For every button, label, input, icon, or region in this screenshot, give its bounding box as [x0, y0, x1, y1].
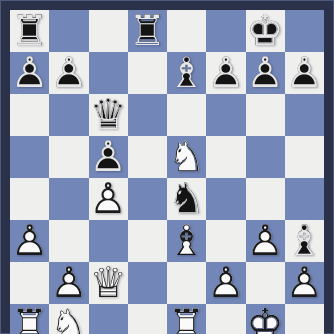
piece-black-pawn: ♟♙ [50, 52, 88, 94]
black-bishop-outline-icon: ♗ [168, 52, 206, 94]
black-pawn-outline-icon: ♙ [246, 52, 284, 94]
square-g6[interactable] [246, 94, 285, 136]
square-d1[interactable] [128, 304, 167, 334]
square-f4[interactable] [206, 178, 245, 220]
piece-black-pawn: ♟♙ [246, 52, 284, 94]
black-bishop-outline-icon: ♗ [286, 220, 324, 262]
black-bishop-icon: ♝ [168, 52, 206, 94]
piece-white-pawn: ♟♙ [207, 262, 245, 304]
piece-black-pawn: ♟♙ [207, 52, 245, 94]
piece-white-pawn: ♟♙ [11, 220, 49, 262]
black-bishop-icon: ♝ [286, 220, 324, 262]
piece-black-bishop: ♝♗ [286, 220, 324, 262]
black-pawn-outline-icon: ♙ [89, 136, 127, 178]
square-c3[interactable] [89, 220, 128, 262]
white-pawn-icon: ♟ [11, 220, 49, 262]
black-pawn-icon: ♟ [89, 136, 127, 178]
square-a8[interactable]: ♜♖ [10, 10, 49, 52]
white-bishop-outline-icon: ♗ [168, 220, 206, 262]
square-h6[interactable] [285, 94, 324, 136]
white-pawn-icon: ♟ [50, 262, 88, 304]
white-pawn-icon: ♟ [286, 262, 324, 304]
white-bishop-icon: ♝ [168, 220, 206, 262]
square-e6[interactable] [167, 94, 206, 136]
black-pawn-icon: ♟ [286, 52, 324, 94]
white-rook-icon: ♜ [168, 304, 206, 334]
square-a3[interactable]: ♟♙ [10, 220, 49, 262]
piece-white-pawn: ♟♙ [286, 262, 324, 304]
black-pawn-icon: ♟ [11, 52, 49, 94]
chess-board: ♜♖♜♖♚♔♟♙♟♙♝♗♟♙♟♙♟♙♛♕♟♙♞♘♟♙♞♘♟♙♝♗♟♙♝♗♟♙♛♕… [10, 10, 324, 324]
white-queen-outline-icon: ♕ [89, 262, 127, 304]
white-pawn-outline-icon: ♙ [207, 262, 245, 304]
black-knight-outline-icon: ♘ [168, 178, 206, 220]
piece-white-pawn: ♟♙ [246, 220, 284, 262]
white-pawn-icon: ♟ [89, 178, 127, 220]
piece-black-rook: ♜♖ [11, 10, 49, 52]
square-b5[interactable] [49, 136, 88, 178]
square-c7[interactable] [89, 52, 128, 94]
white-knight-icon: ♞ [168, 136, 206, 178]
square-b4[interactable] [49, 178, 88, 220]
square-h7[interactable]: ♟♙ [285, 52, 324, 94]
square-f5[interactable] [206, 136, 245, 178]
piece-white-knight: ♞♘ [50, 304, 88, 334]
square-f6[interactable] [206, 94, 245, 136]
piece-black-pawn: ♟♙ [11, 52, 49, 94]
square-g1[interactable]: ♚♔ [246, 304, 285, 334]
piece-white-knight: ♞♘ [168, 136, 206, 178]
square-h5[interactable] [285, 136, 324, 178]
square-d7[interactable] [128, 52, 167, 94]
square-c4[interactable]: ♟♙ [89, 178, 128, 220]
board-frame: ♜♖♜♖♚♔♟♙♟♙♝♗♟♙♟♙♟♙♛♕♟♙♞♘♟♙♞♘♟♙♝♗♟♙♝♗♟♙♛♕… [0, 0, 334, 334]
square-a5[interactable] [10, 136, 49, 178]
square-d2[interactable] [128, 262, 167, 304]
square-a6[interactable] [10, 94, 49, 136]
square-f1[interactable] [206, 304, 245, 334]
square-f2[interactable]: ♟♙ [206, 262, 245, 304]
white-pawn-icon: ♟ [246, 220, 284, 262]
square-e3[interactable]: ♝♗ [167, 220, 206, 262]
square-b1[interactable]: ♞♘ [49, 304, 88, 334]
square-b8[interactable] [49, 10, 88, 52]
black-pawn-icon: ♟ [246, 52, 284, 94]
square-f3[interactable] [206, 220, 245, 262]
white-pawn-outline-icon: ♙ [89, 178, 127, 220]
black-king-outline-icon: ♔ [246, 10, 284, 52]
square-c6[interactable]: ♛♕ [89, 94, 128, 136]
white-pawn-icon: ♟ [207, 262, 245, 304]
piece-white-queen: ♛♕ [89, 262, 127, 304]
black-rook-icon: ♜ [11, 10, 49, 52]
square-h1[interactable] [285, 304, 324, 334]
square-e4[interactable]: ♞♘ [167, 178, 206, 220]
square-c2[interactable]: ♛♕ [89, 262, 128, 304]
square-e5[interactable]: ♞♘ [167, 136, 206, 178]
white-pawn-outline-icon: ♙ [50, 262, 88, 304]
black-pawn-outline-icon: ♙ [207, 52, 245, 94]
square-e1[interactable]: ♜♖ [167, 304, 206, 334]
square-h8[interactable] [285, 10, 324, 52]
square-c1[interactable] [89, 304, 128, 334]
white-pawn-outline-icon: ♙ [11, 220, 49, 262]
black-queen-icon: ♛ [89, 94, 127, 136]
black-rook-icon: ♜ [129, 10, 167, 52]
piece-black-king: ♚♔ [246, 10, 284, 52]
square-c5[interactable]: ♟♙ [89, 136, 128, 178]
black-rook-outline-icon: ♖ [129, 10, 167, 52]
square-e8[interactable] [167, 10, 206, 52]
black-knight-icon: ♞ [168, 178, 206, 220]
square-h4[interactable] [285, 178, 324, 220]
square-e7[interactable]: ♝♗ [167, 52, 206, 94]
square-b2[interactable]: ♟♙ [49, 262, 88, 304]
piece-white-pawn: ♟♙ [89, 178, 127, 220]
black-pawn-outline-icon: ♙ [11, 52, 49, 94]
square-b6[interactable] [49, 94, 88, 136]
square-f8[interactable] [206, 10, 245, 52]
square-d8[interactable]: ♜♖ [128, 10, 167, 52]
black-king-icon: ♚ [246, 10, 284, 52]
piece-white-rook: ♜♖ [168, 304, 206, 334]
square-a1[interactable]: ♜♖ [10, 304, 49, 334]
piece-white-rook: ♜♖ [11, 304, 49, 334]
black-queen-outline-icon: ♕ [89, 94, 127, 136]
square-g5[interactable] [246, 136, 285, 178]
square-g2[interactable] [246, 262, 285, 304]
square-h3[interactable]: ♝♗ [285, 220, 324, 262]
black-rook-outline-icon: ♖ [11, 10, 49, 52]
white-king-icon: ♚ [246, 304, 284, 334]
square-d3[interactable] [128, 220, 167, 262]
square-g8[interactable]: ♚♔ [246, 10, 285, 52]
piece-black-queen: ♛♕ [89, 94, 127, 136]
white-queen-icon: ♛ [89, 262, 127, 304]
piece-white-pawn: ♟♙ [50, 262, 88, 304]
black-pawn-icon: ♟ [207, 52, 245, 94]
white-knight-icon: ♞ [50, 304, 88, 334]
white-king-outline-icon: ♔ [246, 304, 284, 334]
piece-black-pawn: ♟♙ [286, 52, 324, 94]
white-pawn-outline-icon: ♙ [286, 262, 324, 304]
white-rook-icon: ♜ [11, 304, 49, 334]
square-a4[interactable] [10, 178, 49, 220]
square-d4[interactable] [128, 178, 167, 220]
square-g7[interactable]: ♟♙ [246, 52, 285, 94]
piece-black-bishop: ♝♗ [168, 52, 206, 94]
black-pawn-icon: ♟ [50, 52, 88, 94]
square-b7[interactable]: ♟♙ [49, 52, 88, 94]
black-pawn-outline-icon: ♙ [50, 52, 88, 94]
piece-white-bishop: ♝♗ [168, 220, 206, 262]
white-pawn-outline-icon: ♙ [246, 220, 284, 262]
square-b3[interactable] [49, 220, 88, 262]
white-rook-outline-icon: ♖ [11, 304, 49, 334]
square-d6[interactable] [128, 94, 167, 136]
square-h2[interactable]: ♟♙ [285, 262, 324, 304]
square-a2[interactable] [10, 262, 49, 304]
piece-black-pawn: ♟♙ [89, 136, 127, 178]
square-f7[interactable]: ♟♙ [206, 52, 245, 94]
white-knight-outline-icon: ♘ [50, 304, 88, 334]
white-knight-outline-icon: ♘ [168, 136, 206, 178]
square-g4[interactable] [246, 178, 285, 220]
piece-black-rook: ♜♖ [129, 10, 167, 52]
square-a7[interactable]: ♟♙ [10, 52, 49, 94]
piece-black-knight: ♞♘ [168, 178, 206, 220]
black-pawn-outline-icon: ♙ [286, 52, 324, 94]
square-e2[interactable] [167, 262, 206, 304]
square-d5[interactable] [128, 136, 167, 178]
piece-white-king: ♚♔ [246, 304, 284, 334]
square-c8[interactable] [89, 10, 128, 52]
white-rook-outline-icon: ♖ [168, 304, 206, 334]
square-g3[interactable]: ♟♙ [246, 220, 285, 262]
